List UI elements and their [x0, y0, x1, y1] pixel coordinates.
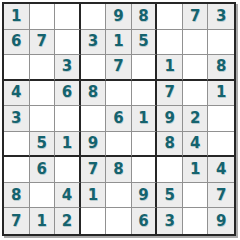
cell-r1c9[interactable]: 3 — [208, 4, 234, 30]
cell-r7c5[interactable]: 8 — [106, 157, 132, 183]
cell-r3c3[interactable]: 3 — [55, 55, 81, 81]
cell-r7c6[interactable] — [132, 157, 158, 183]
cell-r1c5[interactable]: 9 — [106, 4, 132, 30]
cell-r4c9[interactable]: 1 — [208, 81, 234, 107]
cell-r6c3[interactable]: 1 — [55, 132, 81, 158]
cell-r4c2[interactable] — [30, 81, 56, 107]
cell-r4c7[interactable]: 7 — [157, 81, 183, 107]
cell-r5c2[interactable] — [30, 106, 56, 132]
cell-r2c8[interactable] — [183, 30, 209, 56]
cell-r2c6[interactable]: 5 — [132, 30, 158, 56]
cell-r4c4[interactable]: 8 — [81, 81, 107, 107]
cell-r9c8[interactable] — [183, 208, 209, 234]
cell-r8c5[interactable] — [106, 183, 132, 209]
cell-r1c7[interactable] — [157, 4, 183, 30]
sudoku-board: 1987367315371846871361925198467814841957… — [2, 2, 236, 236]
cell-r6c5[interactable] — [106, 132, 132, 158]
cell-r6c1[interactable] — [4, 132, 30, 158]
cell-r9c3[interactable]: 2 — [55, 208, 81, 234]
cell-r4c3[interactable]: 6 — [55, 81, 81, 107]
cell-r8c2[interactable] — [30, 183, 56, 209]
cell-r8c9[interactable]: 7 — [208, 183, 234, 209]
cell-r3c6[interactable] — [132, 55, 158, 81]
cell-r5c4[interactable] — [81, 106, 107, 132]
cell-r7c3[interactable] — [55, 157, 81, 183]
cell-r5c3[interactable] — [55, 106, 81, 132]
cell-r3c5[interactable]: 7 — [106, 55, 132, 81]
cell-r3c2[interactable] — [30, 55, 56, 81]
cell-r2c1[interactable]: 6 — [4, 30, 30, 56]
cell-r9c2[interactable]: 1 — [30, 208, 56, 234]
cell-r3c7[interactable]: 1 — [157, 55, 183, 81]
cell-r5c6[interactable]: 1 — [132, 106, 158, 132]
cell-r1c6[interactable]: 8 — [132, 4, 158, 30]
cell-r2c3[interactable] — [55, 30, 81, 56]
cell-r9c6[interactable]: 6 — [132, 208, 158, 234]
cell-r5c7[interactable]: 9 — [157, 106, 183, 132]
cell-r7c1[interactable] — [4, 157, 30, 183]
cell-r9c9[interactable]: 9 — [208, 208, 234, 234]
cell-r2c2[interactable]: 7 — [30, 30, 56, 56]
cell-r6c7[interactable]: 8 — [157, 132, 183, 158]
cell-r2c7[interactable] — [157, 30, 183, 56]
cell-r2c5[interactable]: 1 — [106, 30, 132, 56]
cell-r8c1[interactable]: 8 — [4, 183, 30, 209]
cell-r8c8[interactable] — [183, 183, 209, 209]
cell-r6c6[interactable] — [132, 132, 158, 158]
cell-r7c9[interactable]: 4 — [208, 157, 234, 183]
cell-r1c8[interactable]: 7 — [183, 4, 209, 30]
cell-r5c8[interactable]: 2 — [183, 106, 209, 132]
cell-r7c4[interactable]: 7 — [81, 157, 107, 183]
cell-r1c4[interactable] — [81, 4, 107, 30]
cell-r5c1[interactable]: 3 — [4, 106, 30, 132]
cell-r7c7[interactable] — [157, 157, 183, 183]
cell-r6c2[interactable]: 5 — [30, 132, 56, 158]
cell-r9c5[interactable] — [106, 208, 132, 234]
cell-r4c1[interactable]: 4 — [4, 81, 30, 107]
cell-r8c3[interactable]: 4 — [55, 183, 81, 209]
cell-r4c6[interactable] — [132, 81, 158, 107]
cell-r6c8[interactable]: 4 — [183, 132, 209, 158]
cell-r3c1[interactable] — [4, 55, 30, 81]
cell-r7c2[interactable]: 6 — [30, 157, 56, 183]
cell-r8c6[interactable]: 9 — [132, 183, 158, 209]
cell-r2c9[interactable] — [208, 30, 234, 56]
cell-r1c1[interactable]: 1 — [4, 4, 30, 30]
cell-r4c5[interactable] — [106, 81, 132, 107]
cell-r5c5[interactable]: 6 — [106, 106, 132, 132]
cell-r8c4[interactable]: 1 — [81, 183, 107, 209]
cell-r3c4[interactable] — [81, 55, 107, 81]
cell-r2c4[interactable]: 3 — [81, 30, 107, 56]
cell-r8c7[interactable]: 5 — [157, 183, 183, 209]
cell-r6c9[interactable] — [208, 132, 234, 158]
cell-r4c8[interactable] — [183, 81, 209, 107]
cell-r7c8[interactable]: 1 — [183, 157, 209, 183]
cell-r5c9[interactable] — [208, 106, 234, 132]
cell-r1c2[interactable] — [30, 4, 56, 30]
cell-r9c1[interactable]: 7 — [4, 208, 30, 234]
cell-r9c7[interactable]: 3 — [157, 208, 183, 234]
cell-r3c8[interactable] — [183, 55, 209, 81]
cell-r1c3[interactable] — [55, 4, 81, 30]
cell-r3c9[interactable]: 8 — [208, 55, 234, 81]
cell-r6c4[interactable]: 9 — [81, 132, 107, 158]
cell-r9c4[interactable] — [81, 208, 107, 234]
